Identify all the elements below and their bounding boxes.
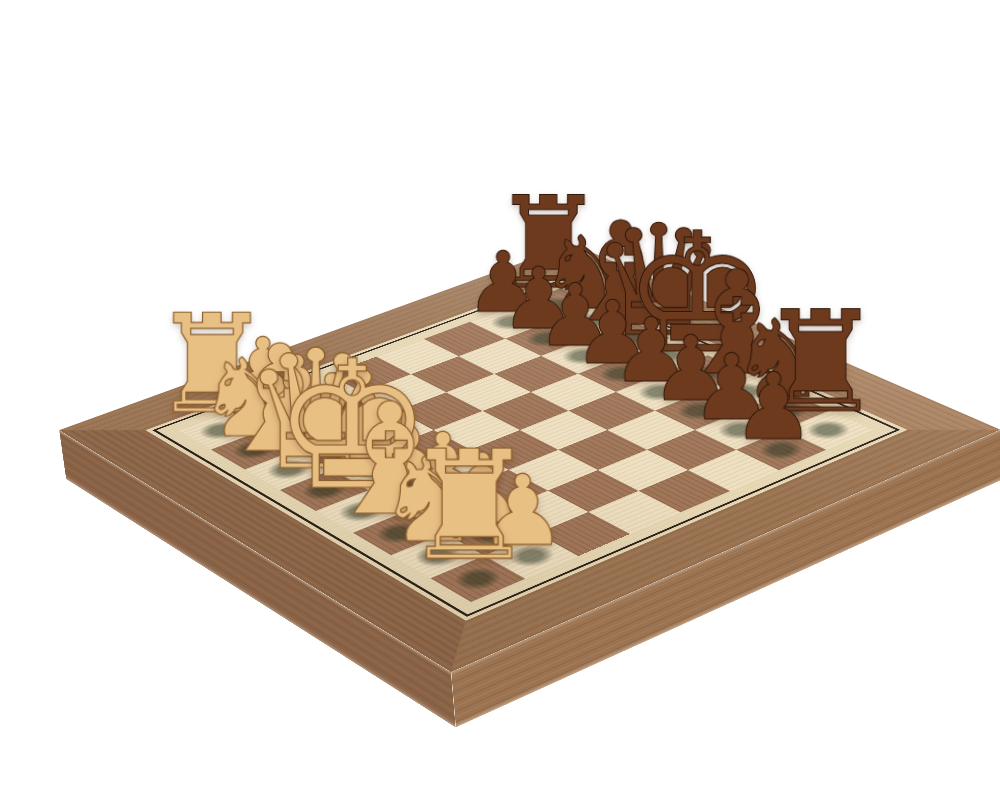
product-photo: ♜♞♝♛♚♝♞♜♟♟♟♟♟♟♟♟♟♟♟♟♟♟♟♟♜♞♝♛♚♝♞♜ bbox=[0, 0, 1000, 800]
chessboard: ♜♞♝♛♚♝♞♜♟♟♟♟♟♟♟♟♟♟♟♟♟♟♟♟♜♞♝♛♚♝♞♜ bbox=[59, 244, 1000, 672]
piece-black-pawn: ♟ bbox=[661, 361, 887, 453]
scene: ♜♞♝♛♚♝♞♜♟♟♟♟♟♟♟♟♟♟♟♟♟♟♟♟♜♞♝♛♚♝♞♜ bbox=[0, 0, 1000, 800]
piece-white-rook: ♜ bbox=[349, 431, 590, 582]
